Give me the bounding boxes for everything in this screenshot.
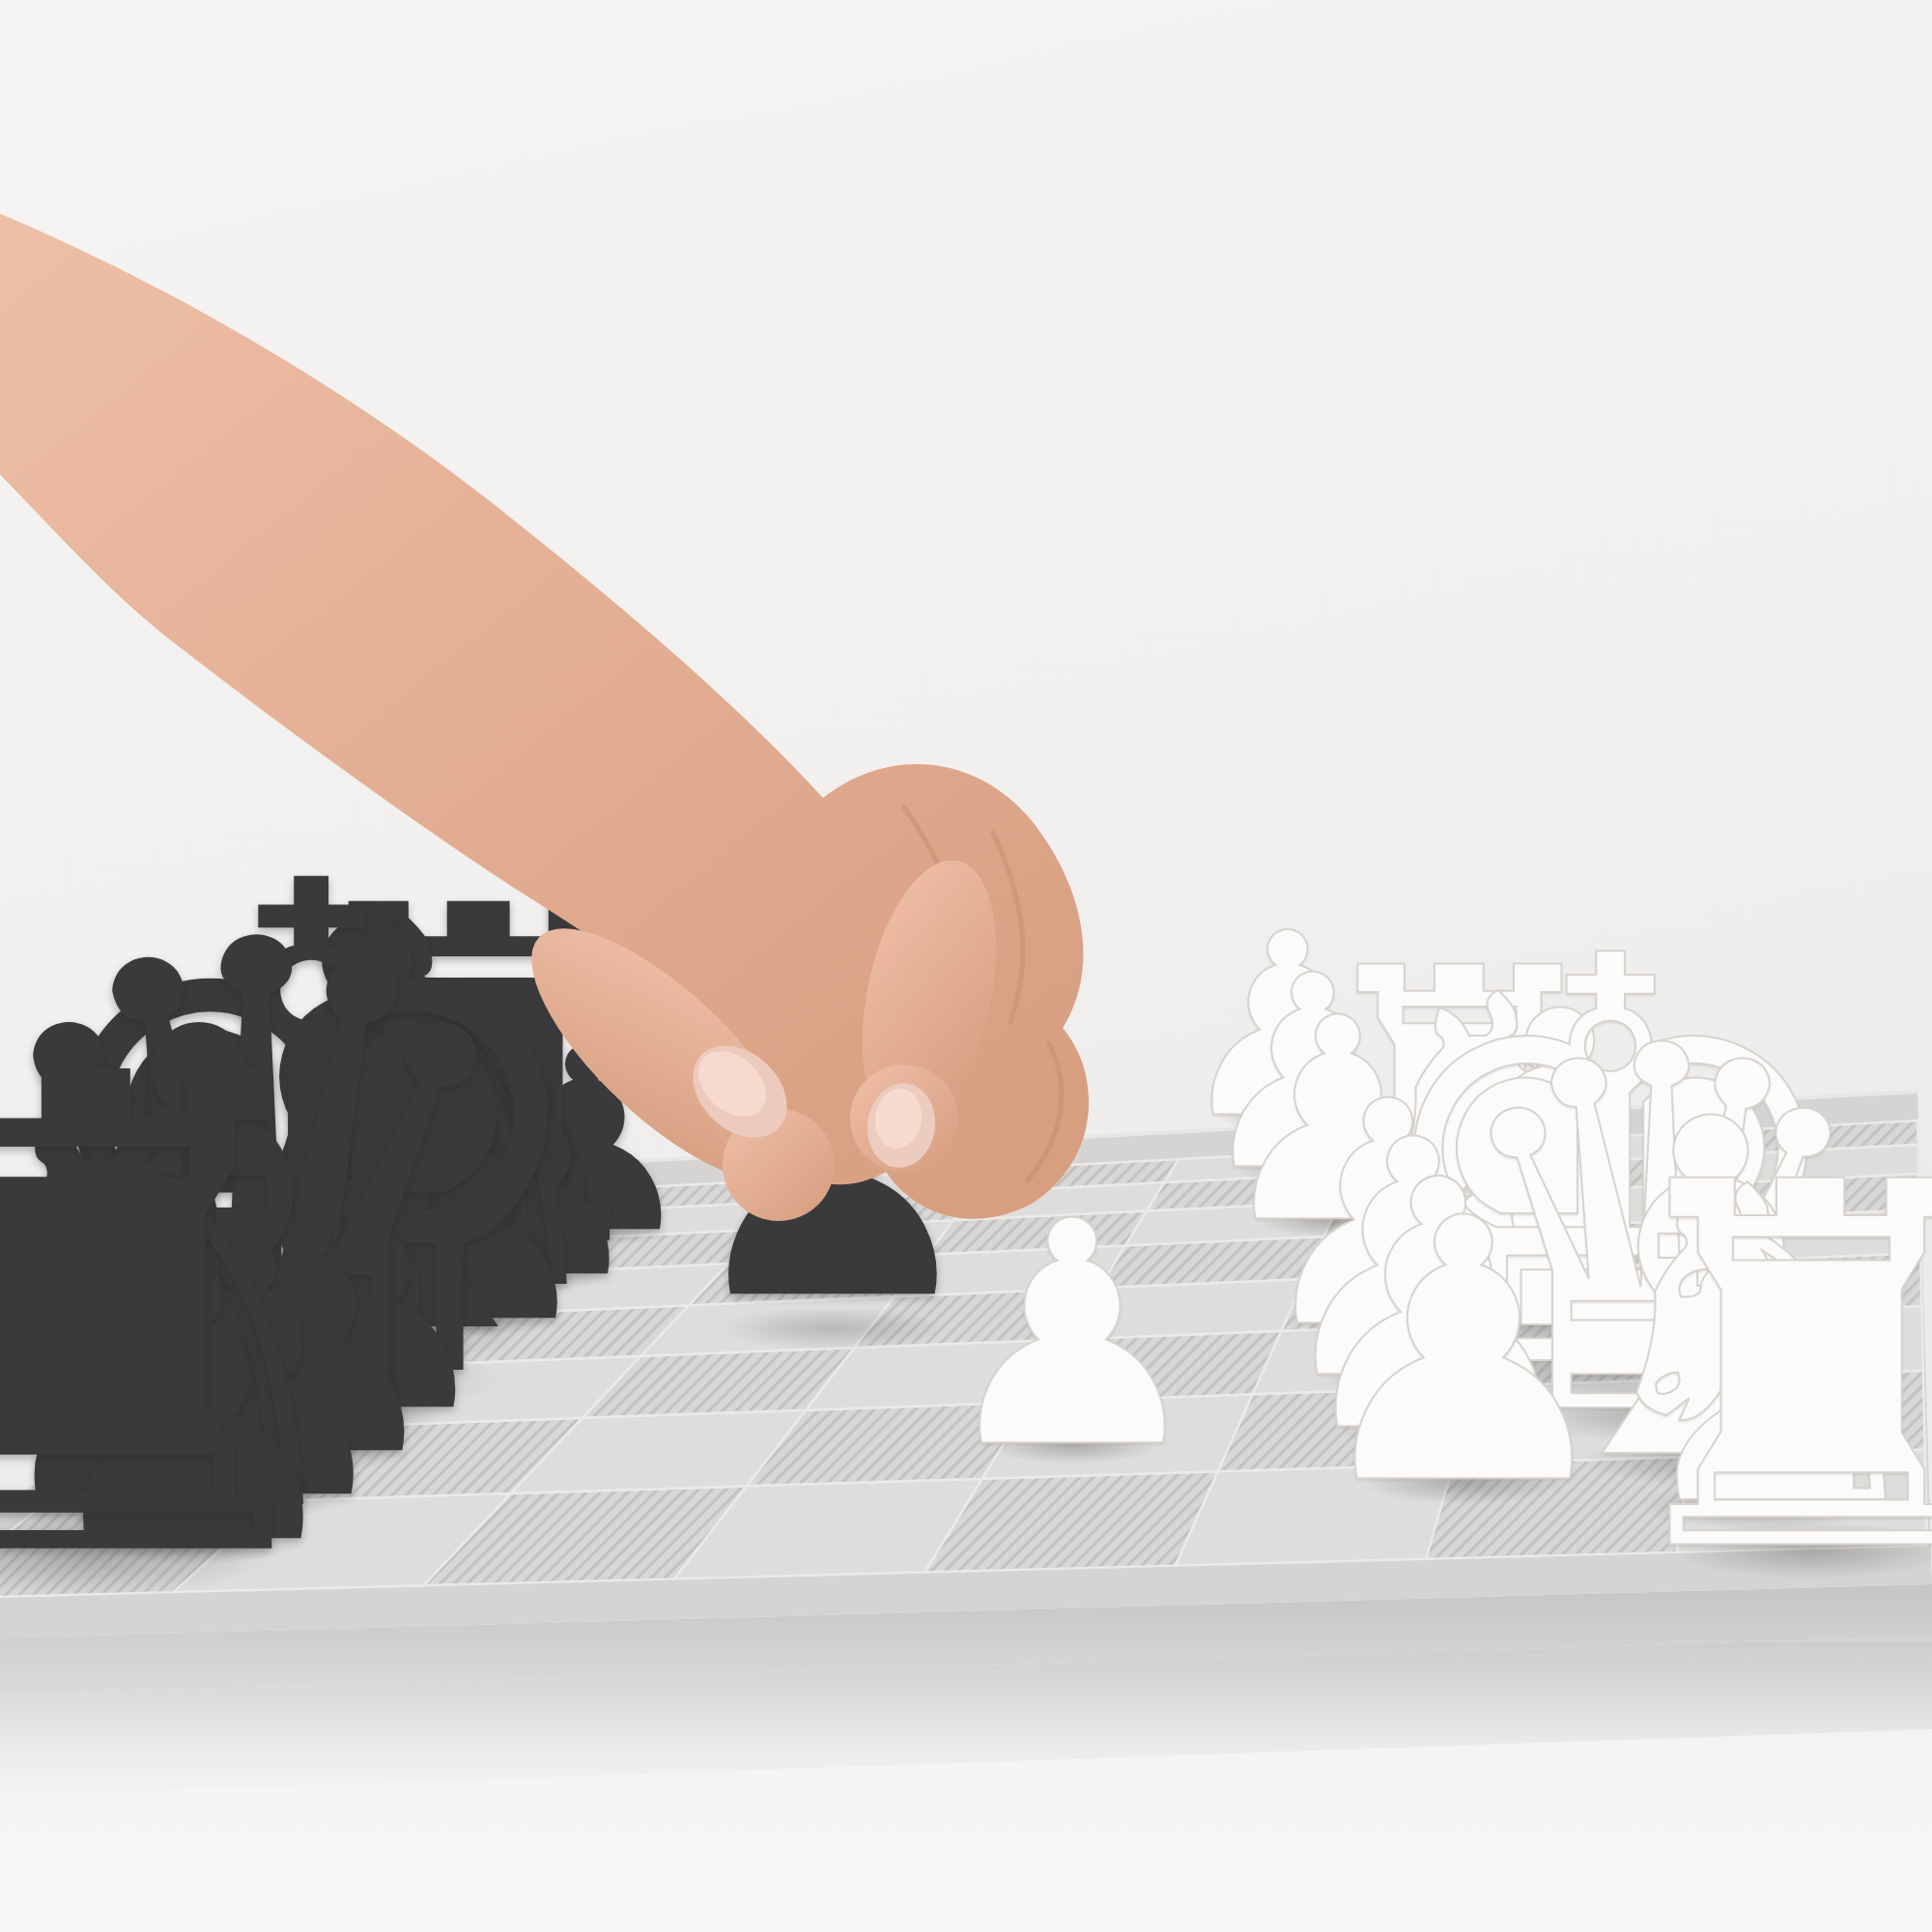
piece-layer: ♜♞♝♛♚♝♞♜♟♟♟♟♟♟♟♟♜♞♝♛♚♝♞♜♟♟♟♟♟♟♟♟ bbox=[0, 0, 1932, 1932]
piece-white-rook-a1[interactable]: ♜ bbox=[1560, 1119, 1932, 1621]
piece-black-rook-a8[interactable]: ♜ bbox=[0, 992, 415, 1649]
piece-black-pawn-e5[interactable]: ♟ bbox=[659, 1000, 1007, 1348]
photo-scene: Overhead hand lifting a black pawn onto … bbox=[0, 0, 1932, 1932]
